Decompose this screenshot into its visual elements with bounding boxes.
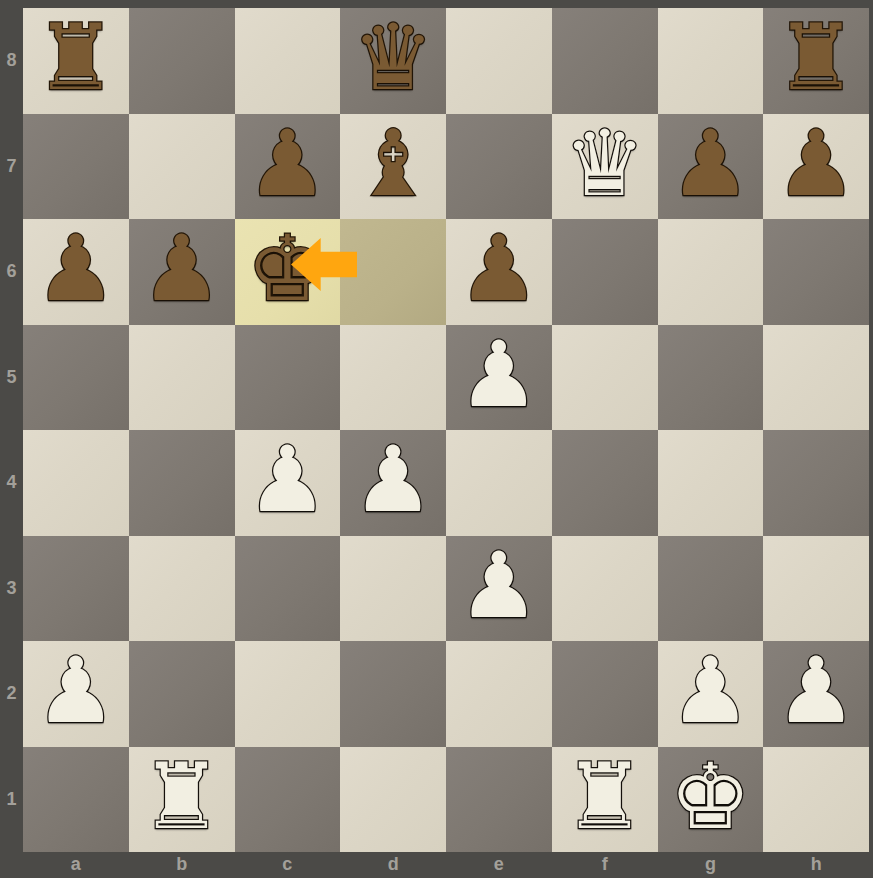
file-label-c: c bbox=[235, 852, 341, 878]
file-labels: abcdefgh bbox=[23, 852, 869, 878]
square-e6[interactable]: ♟ bbox=[446, 219, 552, 325]
piece-white-rook[interactable]: ♜ bbox=[564, 751, 646, 842]
file-label-f: f bbox=[552, 852, 658, 878]
chess-board: ♜♛♜♟♝♛♟♟♟♟♚♟♟♟♟♟♟♟♟♜♜♚ bbox=[23, 8, 869, 852]
rank-label-2: 2 bbox=[0, 641, 23, 747]
square-a3[interactable] bbox=[23, 536, 129, 642]
file-label-g: g bbox=[658, 852, 764, 878]
square-a7[interactable] bbox=[23, 114, 129, 220]
square-d5[interactable] bbox=[340, 325, 446, 431]
piece-black-pawn[interactable]: ♟ bbox=[458, 223, 540, 314]
square-g1[interactable]: ♚ bbox=[658, 747, 764, 853]
piece-white-pawn[interactable]: ♟ bbox=[247, 434, 329, 525]
file-label-h: h bbox=[763, 852, 869, 878]
piece-black-queen[interactable]: ♛ bbox=[352, 12, 434, 103]
piece-white-pawn[interactable]: ♟ bbox=[458, 540, 540, 631]
piece-black-rook[interactable]: ♜ bbox=[35, 12, 117, 103]
file-label-d: d bbox=[340, 852, 446, 878]
square-b1[interactable]: ♜ bbox=[129, 747, 235, 853]
square-d8[interactable]: ♛ bbox=[340, 8, 446, 114]
piece-black-pawn[interactable]: ♟ bbox=[670, 118, 752, 209]
square-h8[interactable]: ♜ bbox=[763, 8, 869, 114]
square-a6[interactable]: ♟ bbox=[23, 219, 129, 325]
piece-white-pawn[interactable]: ♟ bbox=[352, 434, 434, 525]
square-h7[interactable]: ♟ bbox=[763, 114, 869, 220]
square-f1[interactable]: ♜ bbox=[552, 747, 658, 853]
piece-black-pawn[interactable]: ♟ bbox=[247, 118, 329, 209]
square-c5[interactable] bbox=[235, 325, 341, 431]
square-d1[interactable] bbox=[340, 747, 446, 853]
square-e5[interactable]: ♟ bbox=[446, 325, 552, 431]
square-f6[interactable] bbox=[552, 219, 658, 325]
square-h5[interactable] bbox=[763, 325, 869, 431]
square-c2[interactable] bbox=[235, 641, 341, 747]
square-e3[interactable]: ♟ bbox=[446, 536, 552, 642]
square-b5[interactable] bbox=[129, 325, 235, 431]
square-g2[interactable]: ♟ bbox=[658, 641, 764, 747]
piece-black-bishop[interactable]: ♝ bbox=[352, 118, 434, 209]
square-e1[interactable] bbox=[446, 747, 552, 853]
square-c3[interactable] bbox=[235, 536, 341, 642]
square-e7[interactable] bbox=[446, 114, 552, 220]
square-g3[interactable] bbox=[658, 536, 764, 642]
square-g8[interactable] bbox=[658, 8, 764, 114]
square-b2[interactable] bbox=[129, 641, 235, 747]
square-b6[interactable]: ♟ bbox=[129, 219, 235, 325]
chess-app-window: 87654321 ♜♛♜♟♝♛♟♟♟♟♚♟♟♟♟♟♟♟♟♜♜♚ abcdefgh bbox=[0, 0, 873, 878]
file-label-b: b bbox=[129, 852, 235, 878]
piece-black-rook[interactable]: ♜ bbox=[775, 12, 857, 103]
piece-white-pawn[interactable]: ♟ bbox=[775, 645, 857, 736]
piece-white-pawn[interactable]: ♟ bbox=[458, 329, 540, 420]
piece-black-pawn[interactable]: ♟ bbox=[141, 223, 223, 314]
rank-label-5: 5 bbox=[0, 325, 23, 431]
square-e2[interactable] bbox=[446, 641, 552, 747]
square-c4[interactable]: ♟ bbox=[235, 430, 341, 536]
piece-black-pawn[interactable]: ♟ bbox=[775, 118, 857, 209]
rank-label-8: 8 bbox=[0, 8, 23, 114]
square-b8[interactable] bbox=[129, 8, 235, 114]
square-h2[interactable]: ♟ bbox=[763, 641, 869, 747]
square-f3[interactable] bbox=[552, 536, 658, 642]
rank-label-7: 7 bbox=[0, 114, 23, 220]
piece-black-pawn[interactable]: ♟ bbox=[35, 223, 117, 314]
square-f4[interactable] bbox=[552, 430, 658, 536]
square-a1[interactable] bbox=[23, 747, 129, 853]
square-f5[interactable] bbox=[552, 325, 658, 431]
square-d7[interactable]: ♝ bbox=[340, 114, 446, 220]
square-e4[interactable] bbox=[446, 430, 552, 536]
square-a4[interactable] bbox=[23, 430, 129, 536]
square-f8[interactable] bbox=[552, 8, 658, 114]
square-c1[interactable] bbox=[235, 747, 341, 853]
rank-label-6: 6 bbox=[0, 219, 23, 325]
rank-label-1: 1 bbox=[0, 747, 23, 853]
piece-white-pawn[interactable]: ♟ bbox=[670, 645, 752, 736]
square-b3[interactable] bbox=[129, 536, 235, 642]
square-f7[interactable]: ♛ bbox=[552, 114, 658, 220]
rank-label-4: 4 bbox=[0, 430, 23, 536]
square-c7[interactable]: ♟ bbox=[235, 114, 341, 220]
square-h6[interactable] bbox=[763, 219, 869, 325]
square-a8[interactable]: ♜ bbox=[23, 8, 129, 114]
rank-label-3: 3 bbox=[0, 536, 23, 642]
square-h4[interactable] bbox=[763, 430, 869, 536]
file-label-e: e bbox=[446, 852, 552, 878]
piece-white-rook[interactable]: ♜ bbox=[141, 751, 223, 842]
square-g5[interactable] bbox=[658, 325, 764, 431]
square-a2[interactable]: ♟ bbox=[23, 641, 129, 747]
square-h1[interactable] bbox=[763, 747, 869, 853]
square-g7[interactable]: ♟ bbox=[658, 114, 764, 220]
square-h3[interactable] bbox=[763, 536, 869, 642]
piece-white-pawn[interactable]: ♟ bbox=[35, 645, 117, 736]
square-a5[interactable] bbox=[23, 325, 129, 431]
square-g6[interactable] bbox=[658, 219, 764, 325]
square-b4[interactable] bbox=[129, 430, 235, 536]
rank-labels: 87654321 bbox=[0, 8, 23, 852]
square-d2[interactable] bbox=[340, 641, 446, 747]
square-b7[interactable] bbox=[129, 114, 235, 220]
square-c8[interactable] bbox=[235, 8, 341, 114]
square-e8[interactable] bbox=[446, 8, 552, 114]
piece-white-king[interactable]: ♚ bbox=[670, 751, 752, 842]
square-g4[interactable] bbox=[658, 430, 764, 536]
file-label-a: a bbox=[23, 852, 129, 878]
piece-white-queen[interactable]: ♛ bbox=[564, 118, 646, 209]
square-d4[interactable]: ♟ bbox=[340, 430, 446, 536]
square-f2[interactable] bbox=[552, 641, 658, 747]
square-d3[interactable] bbox=[340, 536, 446, 642]
